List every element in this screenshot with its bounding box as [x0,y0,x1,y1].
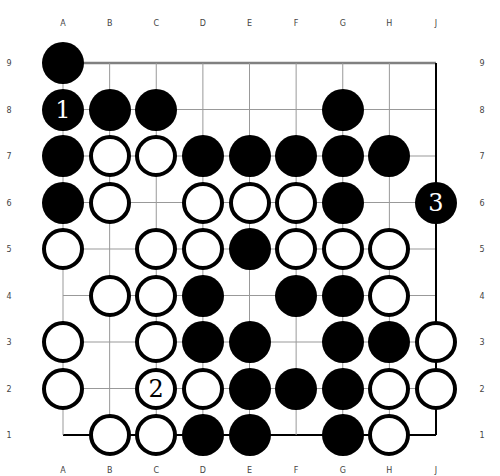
intersection-F7[interactable] [273,133,320,180]
white-stone-J3 [415,321,457,363]
intersection-H7[interactable] [366,133,413,180]
white-stone-G5 [322,228,364,270]
row-label-left-9: 9 [6,59,11,68]
intersection-H2[interactable] [366,365,413,412]
black-stone-A6 [42,182,84,224]
intersection-C2[interactable]: 2 [133,365,180,412]
column-label-top-E: E [247,19,252,28]
intersection-E2[interactable] [226,365,273,412]
intersection-H3[interactable] [366,319,413,366]
intersection-H6[interactable] [366,179,413,226]
row-label-right-5: 5 [479,245,484,254]
black-stone-E5 [229,228,271,270]
black-stone-H3 [368,321,410,363]
column-label-bottom-A: A [60,466,65,475]
black-stone-G3 [322,321,364,363]
black-stone-E1 [229,414,271,456]
intersection-B2[interactable] [86,365,133,412]
row-label-left-8: 8 [6,105,11,114]
intersection-C3[interactable] [133,319,180,366]
row-label-right-4: 4 [479,291,484,300]
intersection-H4[interactable] [366,272,413,319]
row-label-right-1: 1 [479,431,484,440]
black-stone-A7 [42,135,84,177]
intersection-J3[interactable] [413,319,460,366]
intersection-C1[interactable] [133,412,180,459]
intersection-E1[interactable] [226,412,273,459]
intersection-J8[interactable] [413,86,460,133]
intersection-F1[interactable] [273,412,320,459]
black-stone-D4 [182,275,224,317]
intersection-D6[interactable] [180,179,227,226]
intersection-B7[interactable] [86,133,133,180]
white-stone-B6 [89,182,131,224]
white-stone-J2 [415,368,457,410]
column-label-top-D: D [200,19,206,28]
black-stone-G8 [322,89,364,131]
intersection-F4[interactable] [273,272,320,319]
white-stone-H2 [368,368,410,410]
white-stone-B1 [89,414,131,456]
row-label-right-9: 9 [479,59,484,68]
stone-number-label: 2 [149,377,164,401]
intersection-A1[interactable] [40,412,87,459]
intersection-D9[interactable] [180,40,227,87]
intersection-C8[interactable] [133,86,180,133]
intersection-D3[interactable] [180,319,227,366]
white-stone-B7 [89,135,131,177]
stone-number-label: 3 [428,191,443,215]
black-stone-J6: 3 [415,182,457,224]
intersection-J1[interactable] [413,412,460,459]
black-stone-E3 [229,321,271,363]
intersection-G9[interactable] [319,40,366,87]
black-stone-G6 [322,182,364,224]
column-label-top-F: F [294,19,299,28]
intersection-F2[interactable] [273,365,320,412]
black-stone-E2 [229,368,271,410]
intersection-J4[interactable] [413,272,460,319]
intersection-C5[interactable] [133,226,180,273]
row-label-right-2: 2 [479,384,484,393]
intersection-B9[interactable] [86,40,133,87]
black-stone-G1 [322,414,364,456]
black-stone-C8 [135,89,177,131]
intersection-A8[interactable]: 1 [40,86,87,133]
white-stone-D5 [182,228,224,270]
intersection-J2[interactable] [413,365,460,412]
intersection-H8[interactable] [366,86,413,133]
intersection-H1[interactable] [366,412,413,459]
black-stone-B8 [89,89,131,131]
intersection-C7[interactable] [133,133,180,180]
row-label-left-5: 5 [6,245,11,254]
intersection-D4[interactable] [180,272,227,319]
intersection-A4[interactable] [40,272,87,319]
column-label-bottom-J: J [435,466,437,475]
stone-number-label: 1 [55,98,70,122]
intersection-G1[interactable] [319,412,366,459]
white-stone-D6 [182,182,224,224]
white-stone-C7 [135,135,177,177]
intersection-E5[interactable] [226,226,273,273]
intersection-J6[interactable]: 3 [413,179,460,226]
row-label-right-6: 6 [479,198,484,207]
intersection-C4[interactable] [133,272,180,319]
intersection-B3[interactable] [86,319,133,366]
intersection-J5[interactable] [413,226,460,273]
column-label-top-G: G [340,19,346,28]
intersection-F8[interactable] [273,86,320,133]
row-label-left-6: 6 [6,198,11,207]
intersection-B6[interactable] [86,179,133,226]
intersection-G5[interactable] [319,226,366,273]
white-stone-F5 [275,228,317,270]
intersection-E4[interactable] [226,272,273,319]
white-stone-A2 [42,368,84,410]
white-stone-D2 [182,368,224,410]
intersection-C9[interactable] [133,40,180,87]
black-stone-F7 [275,135,317,177]
intersection-A2[interactable] [40,365,87,412]
row-label-left-4: 4 [6,291,11,300]
intersection-J7[interactable] [413,133,460,180]
intersection-F3[interactable] [273,319,320,366]
intersection-H9[interactable] [366,40,413,87]
intersection-B5[interactable] [86,226,133,273]
white-stone-F6 [275,182,317,224]
intersection-G8[interactable] [319,86,366,133]
intersection-F5[interactable] [273,226,320,273]
column-label-bottom-C: C [153,466,159,475]
column-label-top-C: C [153,19,159,28]
white-stone-H5 [368,228,410,270]
intersection-B1[interactable] [86,412,133,459]
intersection-B8[interactable] [86,86,133,133]
intersection-D2[interactable] [180,365,227,412]
intersection-D8[interactable] [180,86,227,133]
intersection-E6[interactable] [226,179,273,226]
intersection-G4[interactable] [319,272,366,319]
column-label-bottom-F: F [294,466,299,475]
black-stone-G7 [322,135,364,177]
column-label-bottom-D: D [200,466,206,475]
column-label-bottom-G: G [340,466,346,475]
black-stone-D7 [182,135,224,177]
column-label-bottom-B: B [107,466,113,475]
intersection-G3[interactable] [319,319,366,366]
column-label-top-J: J [435,19,437,28]
intersection-F9[interactable] [273,40,320,87]
intersection-D7[interactable] [180,133,227,180]
intersection-E3[interactable] [226,319,273,366]
intersection-J9[interactable] [413,40,460,87]
row-label-right-8: 8 [479,105,484,114]
intersection-A6[interactable] [40,179,87,226]
intersection-A7[interactable] [40,133,87,180]
row-label-right-7: 7 [479,152,484,161]
intersection-C6[interactable] [133,179,180,226]
white-stone-C1 [135,414,177,456]
row-label-left-3: 3 [6,338,11,347]
go-board-diagram: 132 AABBCCDDEEFFGGHHJJ998877665544332211 [0,0,500,476]
intersection-E9[interactable] [226,40,273,87]
column-label-bottom-H: H [386,466,392,475]
intersection-H5[interactable] [366,226,413,273]
black-stone-D3 [182,321,224,363]
white-stone-A5 [42,228,84,270]
black-stone-A9 [42,42,84,84]
black-stone-F2 [275,368,317,410]
intersection-D5[interactable] [180,226,227,273]
intersection-G2[interactable] [319,365,366,412]
white-stone-B4 [89,275,131,317]
row-label-left-2: 2 [6,384,11,393]
black-stone-G4 [322,275,364,317]
column-label-top-A: A [60,19,65,28]
row-label-left-7: 7 [6,152,11,161]
column-label-top-B: B [107,19,113,28]
black-stone-D1 [182,414,224,456]
intersection-D1[interactable] [180,412,227,459]
white-stone-C5 [135,228,177,270]
column-label-top-H: H [386,19,392,28]
black-stone-E7 [229,135,271,177]
white-stone-C3 [135,321,177,363]
intersection-E8[interactable] [226,86,273,133]
black-stone-H7 [368,135,410,177]
intersection-A9[interactable] [40,40,87,87]
white-stone-H1 [368,414,410,456]
intersection-A5[interactable] [40,226,87,273]
white-stone-H4 [368,275,410,317]
black-stone-G2 [322,368,364,410]
row-label-left-1: 1 [6,431,11,440]
intersection-B4[interactable] [86,272,133,319]
row-label-right-3: 3 [479,338,484,347]
white-stone-C4 [135,275,177,317]
intersection-G7[interactable] [319,133,366,180]
intersection-A3[interactable] [40,319,87,366]
go-board: 132 [40,40,460,459]
intersection-E7[interactable] [226,133,273,180]
white-stone-A3 [42,321,84,363]
intersection-F6[interactable] [273,179,320,226]
white-stone-C2: 2 [135,368,177,410]
black-stone-A8: 1 [42,89,84,131]
column-label-bottom-E: E [247,466,252,475]
intersection-G6[interactable] [319,179,366,226]
black-stone-F4 [275,275,317,317]
white-stone-E6 [229,182,271,224]
